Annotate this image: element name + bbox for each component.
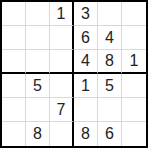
cell-r4c3[interactable] <box>50 74 74 98</box>
cell-r1c4[interactable]: 3 <box>74 2 98 26</box>
cell-r5c6[interactable] <box>122 98 146 122</box>
sudoku-board: 1 3 6 4 4 8 1 5 1 5 7 8 8 6 <box>0 0 148 148</box>
cell-r1c1[interactable] <box>2 2 26 26</box>
cell-r1c2[interactable] <box>26 2 50 26</box>
cell-r2c6[interactable] <box>122 26 146 50</box>
cell-r6c2[interactable]: 8 <box>26 122 50 146</box>
cell-r4c4[interactable]: 1 <box>74 74 98 98</box>
cell-r2c4[interactable]: 6 <box>74 26 98 50</box>
cell-r3c2[interactable] <box>26 50 50 74</box>
cell-r3c4[interactable]: 4 <box>74 50 98 74</box>
cell-r2c1[interactable] <box>2 26 26 50</box>
cell-r1c3[interactable]: 1 <box>50 2 74 26</box>
cell-r2c2[interactable] <box>26 26 50 50</box>
cell-r5c2[interactable] <box>26 98 50 122</box>
cell-r5c5[interactable] <box>98 98 122 122</box>
cell-r4c5[interactable]: 5 <box>98 74 122 98</box>
cell-r5c4[interactable] <box>74 98 98 122</box>
cell-r2c3[interactable] <box>50 26 74 50</box>
cell-r3c1[interactable] <box>2 50 26 74</box>
cell-r4c1[interactable] <box>2 74 26 98</box>
cell-r3c6[interactable]: 1 <box>122 50 146 74</box>
cell-r6c3[interactable] <box>50 122 74 146</box>
cell-r5c3[interactable]: 7 <box>50 98 74 122</box>
cell-r1c5[interactable] <box>98 2 122 26</box>
cell-r6c1[interactable] <box>2 122 26 146</box>
cell-r4c6[interactable] <box>122 74 146 98</box>
cell-r1c6[interactable] <box>122 2 146 26</box>
cell-r6c5[interactable]: 6 <box>98 122 122 146</box>
cell-r4c2[interactable]: 5 <box>26 74 50 98</box>
cell-r6c6[interactable] <box>122 122 146 146</box>
cell-r2c5[interactable]: 4 <box>98 26 122 50</box>
cell-r5c1[interactable] <box>2 98 26 122</box>
cell-r3c3[interactable] <box>50 50 74 74</box>
cell-r6c4[interactable]: 8 <box>74 122 98 146</box>
cell-r3c5[interactable]: 8 <box>98 50 122 74</box>
